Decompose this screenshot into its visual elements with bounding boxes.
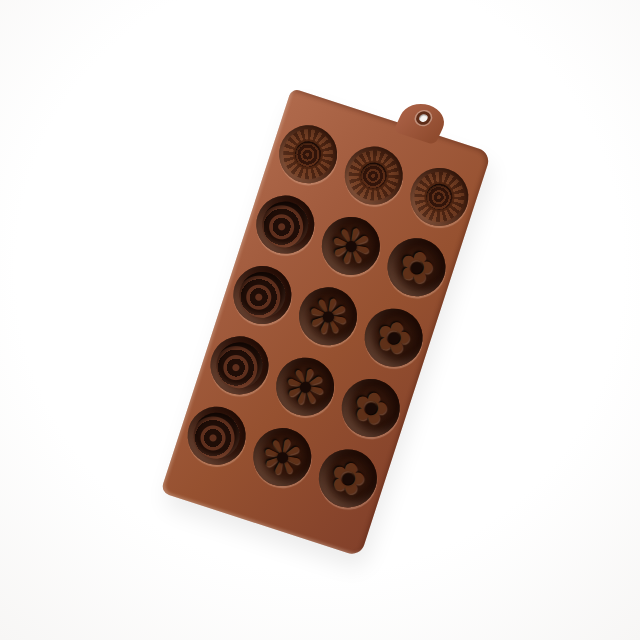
rose-flower (211, 336, 269, 394)
rose-flower (188, 407, 246, 465)
rose-flower (256, 196, 314, 254)
hanging-hole (414, 110, 433, 127)
cavity-daisy: ❋ (314, 209, 387, 282)
cavity-five-petal: ✿ (357, 301, 430, 374)
cavity-grid: ❋✿❋✿❋✿❋✿ (160, 88, 491, 557)
cavity-daisy: ❋ (246, 421, 319, 494)
cavity-rose (180, 399, 253, 472)
cavity-daisy: ❋ (291, 280, 364, 353)
cavity-five-petal: ✿ (334, 371, 407, 444)
cavity-rose (203, 329, 276, 402)
cavity-rose (226, 258, 299, 331)
cavity-daisy: ❋ (269, 350, 342, 423)
cavity-five-petal: ✿ (380, 231, 453, 304)
cavity-sunflower (337, 139, 410, 212)
cavity-five-petal: ✿ (311, 442, 384, 515)
photo-canvas: ❋✿❋✿❋✿❋✿ (0, 0, 640, 640)
cavity-rose (249, 188, 322, 261)
cavity-sunflower (272, 118, 345, 191)
chocolate-mold: ❋✿❋✿❋✿❋✿ (160, 88, 491, 557)
cavity-sunflower (403, 160, 476, 233)
rose-flower (233, 266, 291, 324)
